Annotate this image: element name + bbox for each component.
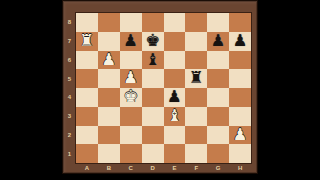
- square-f3[interactable]: [185, 107, 207, 126]
- square-d3[interactable]: [142, 107, 164, 126]
- letterbox-right: [258, 0, 320, 180]
- square-e8[interactable]: [164, 13, 186, 32]
- square-b1[interactable]: [98, 144, 120, 163]
- square-c8[interactable]: [120, 13, 142, 32]
- rank-label-1: 1: [63, 144, 76, 163]
- square-d2[interactable]: [142, 126, 164, 145]
- file-label-e: E: [164, 162, 186, 173]
- square-b2[interactable]: [98, 126, 120, 145]
- square-g1[interactable]: [207, 144, 229, 163]
- square-b7[interactable]: [98, 32, 120, 51]
- chess-board: 87654321 ABCDEFGH ♜♟♚♟♟♟♝♟♜♚♟♝♟: [62, 0, 258, 174]
- square-b5[interactable]: [98, 69, 120, 88]
- square-g3[interactable]: [207, 107, 229, 126]
- square-e3[interactable]: ♝: [164, 107, 186, 126]
- rank-label-8: 8: [63, 13, 76, 32]
- file-label-d: D: [142, 162, 164, 173]
- square-g7[interactable]: ♟: [207, 32, 229, 51]
- rank-label-4: 4: [63, 88, 76, 107]
- white-pawn: ♟: [123, 70, 138, 87]
- square-b6[interactable]: ♟: [98, 51, 120, 70]
- square-c4[interactable]: ♚: [120, 88, 142, 107]
- video-frame: 87654321 ABCDEFGH ♜♟♚♟♟♟♝♟♜♚♟♝♟: [0, 0, 320, 180]
- square-f4[interactable]: [185, 88, 207, 107]
- square-f8[interactable]: [185, 13, 207, 32]
- square-f5[interactable]: ♜: [185, 69, 207, 88]
- square-b8[interactable]: [98, 13, 120, 32]
- letterbox-left: [0, 0, 62, 180]
- square-c2[interactable]: [120, 126, 142, 145]
- square-e1[interactable]: [164, 144, 186, 163]
- black-rook: ♜: [189, 70, 204, 87]
- square-g5[interactable]: [207, 69, 229, 88]
- square-h6[interactable]: [229, 51, 251, 70]
- square-h1[interactable]: [229, 144, 251, 163]
- square-b3[interactable]: [98, 107, 120, 126]
- square-d6[interactable]: ♝: [142, 51, 164, 70]
- file-label-g: G: [207, 162, 229, 173]
- rank-label-5: 5: [63, 69, 76, 88]
- square-a2[interactable]: [76, 126, 98, 145]
- white-bishop: ♝: [167, 107, 182, 124]
- square-d7[interactable]: ♚: [142, 32, 164, 51]
- rank-label-7: 7: [63, 32, 76, 51]
- square-a6[interactable]: [76, 51, 98, 70]
- rank-label-6: 6: [63, 51, 76, 70]
- white-king: ♚: [123, 89, 138, 106]
- black-pawn: ♟: [211, 32, 226, 49]
- square-h5[interactable]: [229, 69, 251, 88]
- square-f1[interactable]: [185, 144, 207, 163]
- rank-label-3: 3: [63, 107, 76, 126]
- black-pawn: ♟: [123, 32, 138, 49]
- black-pawn: ♟: [233, 32, 248, 49]
- square-a4[interactable]: [76, 88, 98, 107]
- black-pawn: ♟: [167, 89, 182, 106]
- black-king: ♚: [145, 32, 160, 49]
- square-g6[interactable]: [207, 51, 229, 70]
- white-pawn: ♟: [233, 126, 248, 143]
- square-a7[interactable]: ♜: [76, 32, 98, 51]
- square-a8[interactable]: [76, 13, 98, 32]
- square-d1[interactable]: [142, 144, 164, 163]
- file-label-b: B: [98, 162, 120, 173]
- file-labels: ABCDEFGH: [76, 162, 251, 173]
- square-a3[interactable]: [76, 107, 98, 126]
- square-h7[interactable]: ♟: [229, 32, 251, 51]
- square-f6[interactable]: [185, 51, 207, 70]
- rank-label-2: 2: [63, 126, 76, 145]
- square-g2[interactable]: [207, 126, 229, 145]
- square-h3[interactable]: [229, 107, 251, 126]
- square-e7[interactable]: [164, 32, 186, 51]
- black-bishop: ♝: [145, 51, 160, 68]
- square-h2[interactable]: ♟: [229, 126, 251, 145]
- square-d8[interactable]: [142, 13, 164, 32]
- file-label-f: F: [185, 162, 207, 173]
- file-label-c: C: [120, 162, 142, 173]
- square-c3[interactable]: [120, 107, 142, 126]
- square-a1[interactable]: [76, 144, 98, 163]
- white-pawn: ♟: [101, 51, 116, 68]
- square-h8[interactable]: [229, 13, 251, 32]
- square-g4[interactable]: [207, 88, 229, 107]
- square-e6[interactable]: [164, 51, 186, 70]
- square-g8[interactable]: [207, 13, 229, 32]
- square-a5[interactable]: [76, 69, 98, 88]
- file-label-h: H: [229, 162, 251, 173]
- square-d5[interactable]: [142, 69, 164, 88]
- file-label-a: A: [76, 162, 98, 173]
- square-f7[interactable]: [185, 32, 207, 51]
- square-b4[interactable]: [98, 88, 120, 107]
- square-c6[interactable]: [120, 51, 142, 70]
- square-e4[interactable]: ♟: [164, 88, 186, 107]
- square-c5[interactable]: ♟: [120, 69, 142, 88]
- board-squares: ♜♟♚♟♟♟♝♟♜♚♟♝♟: [76, 13, 251, 163]
- square-c7[interactable]: ♟: [120, 32, 142, 51]
- square-c1[interactable]: [120, 144, 142, 163]
- square-e2[interactable]: [164, 126, 186, 145]
- square-h4[interactable]: [229, 88, 251, 107]
- rank-labels: 87654321: [63, 13, 76, 163]
- square-f2[interactable]: [185, 126, 207, 145]
- white-rook: ♜: [80, 32, 95, 49]
- square-d4[interactable]: [142, 88, 164, 107]
- square-e5[interactable]: [164, 69, 186, 88]
